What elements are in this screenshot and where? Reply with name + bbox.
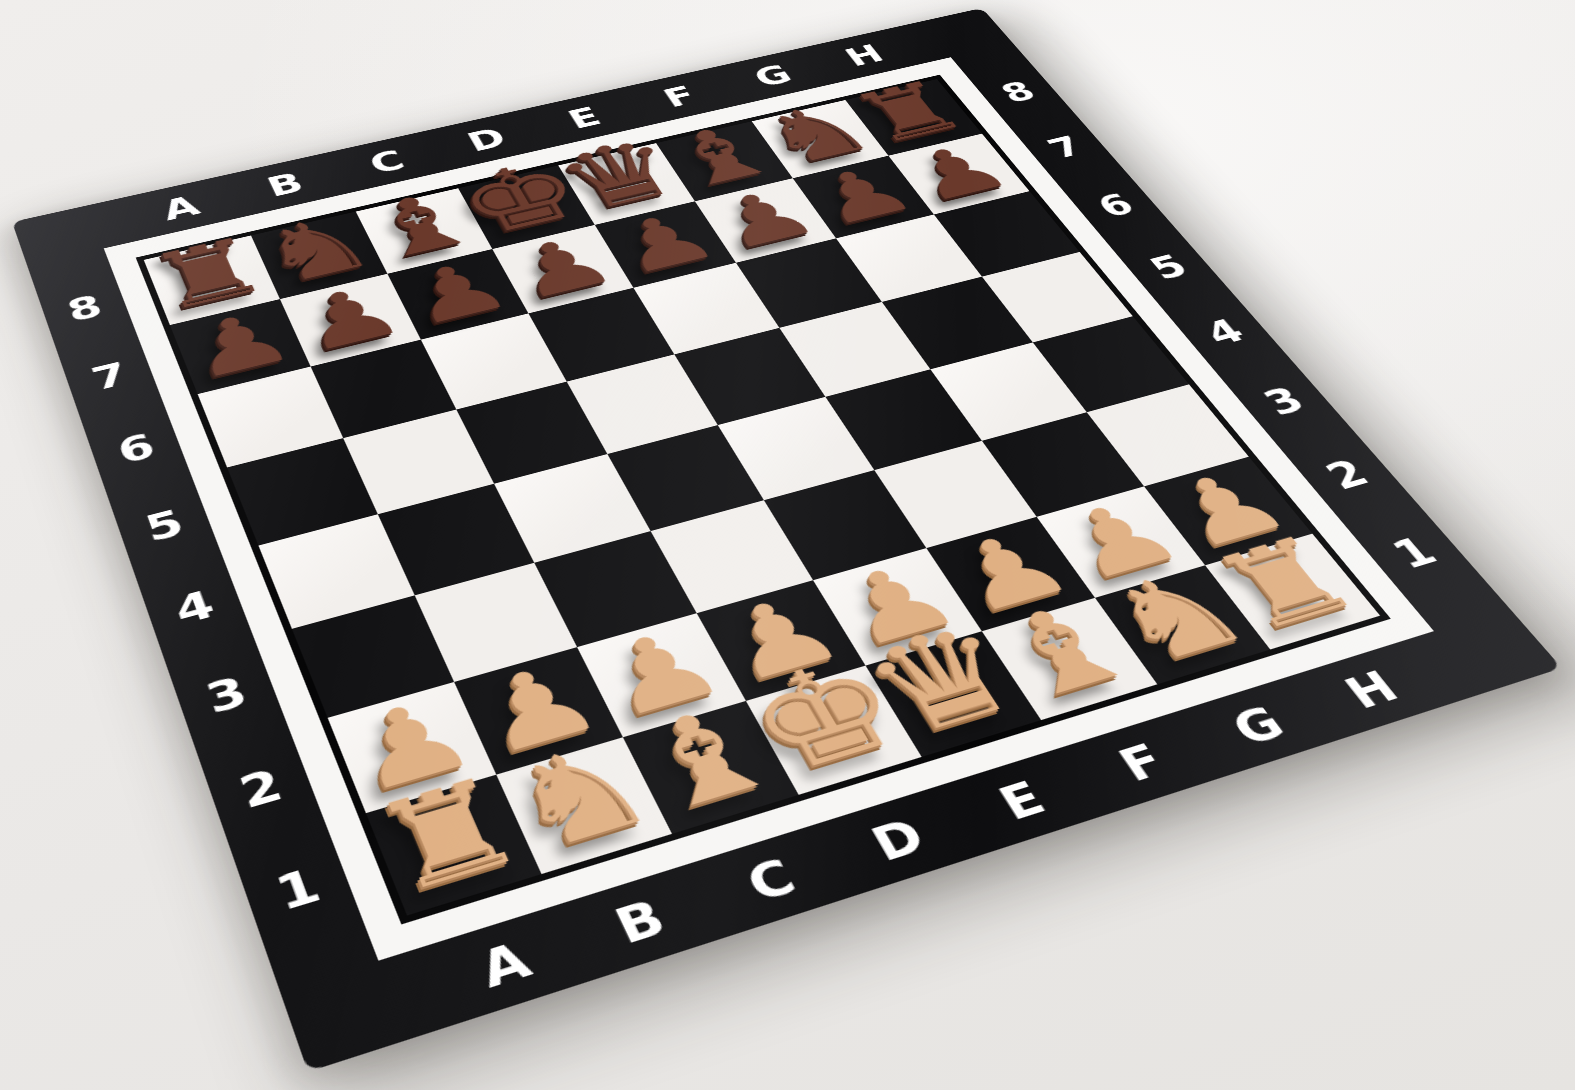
board-grid: ♜♞♝♚♛♝♞♜♟♟♟♟♟♟♟♟♟♟♟♟♟♟♟♟♜♞♝♚♛♝♞♜: [144, 79, 1380, 915]
chessboard: ABCDEFGH ABCDEFGH 87654321 87654321 ♜♞♝♚…: [12, 8, 1562, 1072]
chessboard-sheet: ABCDEFGH ABCDEFGH 87654321 87654321 ♜♞♝♚…: [12, 8, 1562, 1072]
square-h1[interactable]: ♜: [1205, 534, 1380, 650]
playfield-outline: ♜♞♝♚♛♝♞♜♟♟♟♟♟♟♟♟♟♟♟♟♟♟♟♟♜♞♝♚♛♝♞♜: [136, 75, 1391, 925]
product-photo-scene: ABCDEFGH ABCDEFGH 87654321 87654321 ♜♞♝♚…: [0, 0, 1575, 1090]
